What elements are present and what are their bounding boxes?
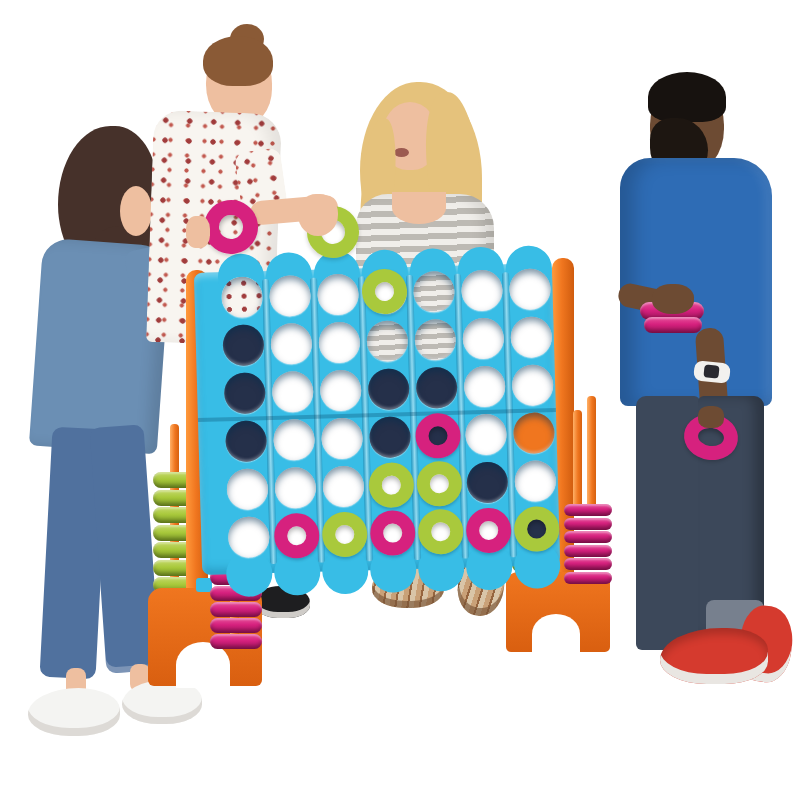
cell-c5r3[interactable] bbox=[412, 363, 461, 412]
hole bbox=[274, 466, 316, 508]
cell-c7r3[interactable] bbox=[507, 360, 556, 409]
hole bbox=[368, 416, 410, 458]
cell-c2r5[interactable] bbox=[270, 463, 319, 512]
cell-c6r4[interactable] bbox=[461, 409, 510, 458]
hole bbox=[270, 322, 312, 364]
piece-pink-ring bbox=[273, 512, 319, 558]
stack-right-front-pole-pink-ring bbox=[564, 558, 612, 570]
piece-green-ring bbox=[416, 460, 462, 506]
cell-c4r3[interactable] bbox=[364, 364, 413, 413]
left-woman-face bbox=[120, 186, 152, 236]
piece-pink-ring bbox=[414, 412, 460, 458]
cell-c5r6[interactable] bbox=[416, 507, 465, 556]
hole bbox=[226, 468, 268, 510]
hole bbox=[460, 269, 502, 311]
piece-green-ring bbox=[321, 511, 367, 557]
hole bbox=[223, 372, 265, 414]
stack-right-front-pole-pink-ring bbox=[564, 545, 612, 557]
cell-c2r2[interactable] bbox=[266, 319, 315, 368]
cell-c6r6[interactable] bbox=[464, 505, 513, 554]
cell-c5r5[interactable] bbox=[414, 459, 463, 508]
hole bbox=[514, 460, 556, 502]
hole bbox=[415, 366, 457, 408]
man-right bbox=[0, 0, 1, 1]
hole bbox=[272, 418, 314, 460]
cell-c7r1[interactable] bbox=[505, 264, 554, 313]
hole bbox=[462, 317, 504, 359]
cell-c6r1[interactable] bbox=[457, 265, 506, 314]
hole bbox=[227, 516, 269, 558]
stack-left-front-pole-pink-ring bbox=[210, 602, 262, 617]
cell-c2r1[interactable] bbox=[265, 271, 314, 320]
cell-c4r5[interactable] bbox=[366, 460, 415, 509]
cell-c6r5[interactable] bbox=[462, 457, 511, 506]
blonde-mouth bbox=[394, 148, 409, 157]
piece-pink-ring bbox=[465, 507, 511, 553]
cell-c3r3[interactable] bbox=[316, 365, 365, 414]
cell-c4r2[interactable] bbox=[362, 316, 411, 365]
right-man-right-hand bbox=[698, 406, 724, 428]
hole bbox=[512, 412, 554, 454]
cell-c5r2[interactable] bbox=[410, 315, 459, 364]
stack-right-front-pole-pink-ring bbox=[564, 504, 612, 516]
cell-c7r5[interactable] bbox=[510, 456, 559, 505]
hole bbox=[367, 368, 409, 410]
piece-green-ring bbox=[368, 462, 414, 508]
cell-c2r4[interactable] bbox=[269, 415, 318, 464]
piece-green-ring bbox=[356, 263, 411, 318]
stack-left-front-pole-pink-ring bbox=[210, 618, 262, 633]
board-grid bbox=[217, 264, 561, 561]
hole bbox=[366, 320, 408, 362]
hole bbox=[268, 274, 310, 316]
cell-c3r4[interactable] bbox=[317, 413, 366, 462]
smartwatch-screen bbox=[703, 364, 719, 378]
storage-pole-right-rear bbox=[587, 396, 596, 512]
blonde-chest bbox=[392, 192, 446, 224]
cell-c5r4[interactable] bbox=[413, 411, 462, 460]
cell-c1r5[interactable] bbox=[222, 464, 271, 513]
hole bbox=[412, 270, 454, 312]
man-bun-hand bbox=[298, 194, 338, 236]
hole bbox=[319, 369, 361, 411]
hole bbox=[322, 465, 364, 507]
cell-c2r3[interactable] bbox=[268, 367, 317, 416]
cell-c1r1[interactable] bbox=[217, 272, 266, 321]
cell-c2r6[interactable] bbox=[272, 511, 321, 560]
hole bbox=[511, 364, 553, 406]
cell-c4r1[interactable] bbox=[361, 268, 410, 317]
right-man-left-hand bbox=[652, 284, 694, 314]
hole bbox=[463, 365, 505, 407]
cell-c7r4[interactable] bbox=[509, 408, 558, 457]
hole bbox=[464, 413, 506, 455]
hole bbox=[225, 420, 267, 462]
piece-green-ring bbox=[513, 505, 559, 551]
stack-right-front-pole-pink-ring bbox=[564, 531, 612, 543]
frame-left-foot-arch bbox=[176, 642, 230, 688]
hole bbox=[320, 417, 362, 459]
hole bbox=[271, 370, 313, 412]
cell-c6r3[interactable] bbox=[459, 361, 508, 410]
cell-c1r2[interactable] bbox=[218, 320, 267, 369]
cell-c4r6[interactable] bbox=[368, 508, 417, 557]
cell-c3r5[interactable] bbox=[318, 461, 367, 510]
hole bbox=[222, 324, 264, 366]
cell-c5r1[interactable] bbox=[409, 267, 458, 316]
hole bbox=[414, 318, 456, 360]
held-pink-ring bbox=[644, 317, 702, 333]
hole bbox=[316, 273, 358, 315]
stack-right-front-pole-pink-ring bbox=[564, 518, 612, 530]
cell-c4r4[interactable] bbox=[365, 412, 414, 461]
stack-left-front-pole-pink-ring bbox=[210, 634, 262, 649]
scene bbox=[0, 0, 800, 800]
cell-c3r1[interactable] bbox=[313, 269, 362, 318]
cell-c1r6[interactable] bbox=[224, 512, 273, 561]
cell-c1r3[interactable] bbox=[220, 368, 269, 417]
stack-right-front-pole-pink-ring bbox=[564, 572, 612, 584]
piece-pink-ring bbox=[369, 510, 415, 556]
cell-c3r2[interactable] bbox=[314, 317, 363, 366]
cell-c1r4[interactable] bbox=[221, 416, 270, 465]
left-woman-white-sneaker bbox=[28, 688, 120, 736]
hole bbox=[510, 316, 552, 358]
connect-four-board bbox=[193, 245, 560, 591]
piece-green-ring bbox=[417, 508, 463, 554]
left-woman-hand bbox=[186, 216, 210, 248]
cell-c7r2[interactable] bbox=[506, 312, 555, 361]
frame-right-foot-arch bbox=[532, 614, 580, 654]
storage-pole-right-front bbox=[573, 410, 582, 515]
right-man-hair bbox=[648, 72, 726, 122]
man-bun-hair bbox=[203, 36, 273, 86]
cell-c3r6[interactable] bbox=[320, 509, 369, 558]
hole bbox=[318, 321, 360, 363]
cell-c7r6[interactable] bbox=[511, 504, 560, 553]
hole bbox=[220, 276, 262, 318]
hole bbox=[466, 461, 508, 503]
hole bbox=[508, 268, 550, 310]
cell-c6r2[interactable] bbox=[458, 313, 507, 362]
